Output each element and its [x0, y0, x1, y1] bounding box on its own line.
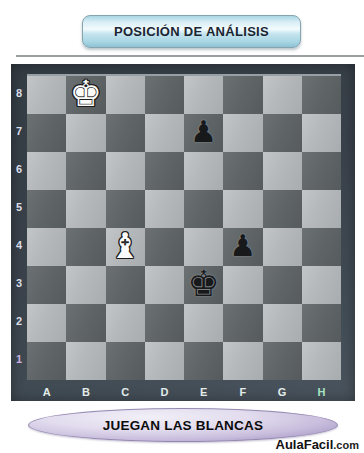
rank-label-3: 3: [11, 264, 27, 302]
square-f7: [223, 114, 262, 152]
square-g5: [263, 190, 302, 228]
square-c1: [106, 342, 145, 380]
square-h5: [302, 190, 341, 228]
square-f2: [223, 304, 262, 342]
square-f1: [223, 342, 262, 380]
piece-white-bishop: ♝: [109, 229, 140, 264]
rank-label-5: 5: [11, 188, 27, 226]
brand-logo: AulaFacil.com: [276, 437, 359, 452]
square-g4: [263, 228, 302, 266]
square-g6: [263, 152, 302, 190]
square-h1: [302, 342, 341, 380]
rank-label-2: 2: [11, 302, 27, 340]
file-label-c: C: [106, 382, 145, 402]
square-h7: [302, 114, 341, 152]
square-g7: [263, 114, 302, 152]
square-e7: ♟: [184, 114, 223, 152]
square-d8: [145, 76, 184, 114]
square-e5: [184, 190, 223, 228]
square-e6: [184, 152, 223, 190]
rank-label-1: 1: [11, 340, 27, 378]
square-a8: [27, 76, 66, 114]
square-h8: [302, 76, 341, 114]
rank-label-4: 4: [11, 226, 27, 264]
rank-label-7: 7: [11, 112, 27, 150]
divider-line: [16, 55, 364, 57]
chess-board: 87654321 ♚♟♝♟♚ ABCDEFGH: [11, 64, 355, 401]
file-label-g: G: [263, 382, 302, 402]
square-b8: ♚: [66, 76, 105, 114]
square-a4: [27, 228, 66, 266]
square-d1: [145, 342, 184, 380]
square-c2: [106, 304, 145, 342]
square-a5: [27, 190, 66, 228]
square-c4: ♝: [106, 228, 145, 266]
square-c8: [106, 76, 145, 114]
piece-black-king: ♚: [187, 266, 219, 302]
square-f3: [223, 266, 262, 304]
square-c5: [106, 190, 145, 228]
square-b7: [66, 114, 105, 152]
square-b1: [66, 342, 105, 380]
square-d5: [145, 190, 184, 228]
file-label-b: B: [66, 382, 105, 402]
piece-black-pawn: ♟: [229, 231, 256, 261]
square-h6: [302, 152, 341, 190]
square-b3: [66, 266, 105, 304]
turn-text: JUEGAN LAS BLANCAS: [103, 418, 263, 433]
brand-suffix: .com: [333, 439, 359, 451]
square-f5: [223, 190, 262, 228]
file-label-h: H: [302, 382, 341, 402]
square-g2: [263, 304, 302, 342]
square-g1: [263, 342, 302, 380]
square-h4: [302, 228, 341, 266]
square-b5: [66, 190, 105, 228]
title-banner: POSICIÓN DE ANÁLISIS: [82, 15, 301, 48]
square-d3: [145, 266, 184, 304]
piece-white-king: ♚: [70, 76, 102, 112]
square-b6: [66, 152, 105, 190]
square-e1: [184, 342, 223, 380]
rank-label-6: 6: [11, 150, 27, 188]
square-c7: [106, 114, 145, 152]
square-f6: [223, 152, 262, 190]
square-b4: [66, 228, 105, 266]
square-e2: [184, 304, 223, 342]
title-text: POSICIÓN DE ANÁLISIS: [114, 24, 269, 39]
square-c3: [106, 266, 145, 304]
square-a6: [27, 152, 66, 190]
square-d6: [145, 152, 184, 190]
square-d7: [145, 114, 184, 152]
analysis-position-page: POSICIÓN DE ANÁLISIS 87654321 ♚♟♝♟♚ ABCD…: [0, 0, 364, 453]
square-g3: [263, 266, 302, 304]
file-label-f: F: [223, 382, 262, 402]
square-e8: [184, 76, 223, 114]
file-label-d: D: [145, 382, 184, 402]
board-grid: ♚♟♝♟♚: [27, 74, 341, 380]
square-e3: ♚: [184, 266, 223, 304]
square-d2: [145, 304, 184, 342]
square-b2: [66, 304, 105, 342]
square-c6: [106, 152, 145, 190]
rank-label-8: 8: [11, 74, 27, 112]
square-g8: [263, 76, 302, 114]
piece-black-pawn: ♟: [190, 117, 217, 147]
square-a7: [27, 114, 66, 152]
brand-name: AulaFacil: [276, 437, 334, 452]
square-f8: [223, 76, 262, 114]
file-label-a: A: [27, 382, 66, 402]
square-a3: [27, 266, 66, 304]
square-e4: [184, 228, 223, 266]
file-label-e: E: [184, 382, 223, 402]
square-d4: [145, 228, 184, 266]
square-h3: [302, 266, 341, 304]
square-a1: [27, 342, 66, 380]
square-f4: ♟: [223, 228, 262, 266]
square-a2: [27, 304, 66, 342]
square-h2: [302, 304, 341, 342]
